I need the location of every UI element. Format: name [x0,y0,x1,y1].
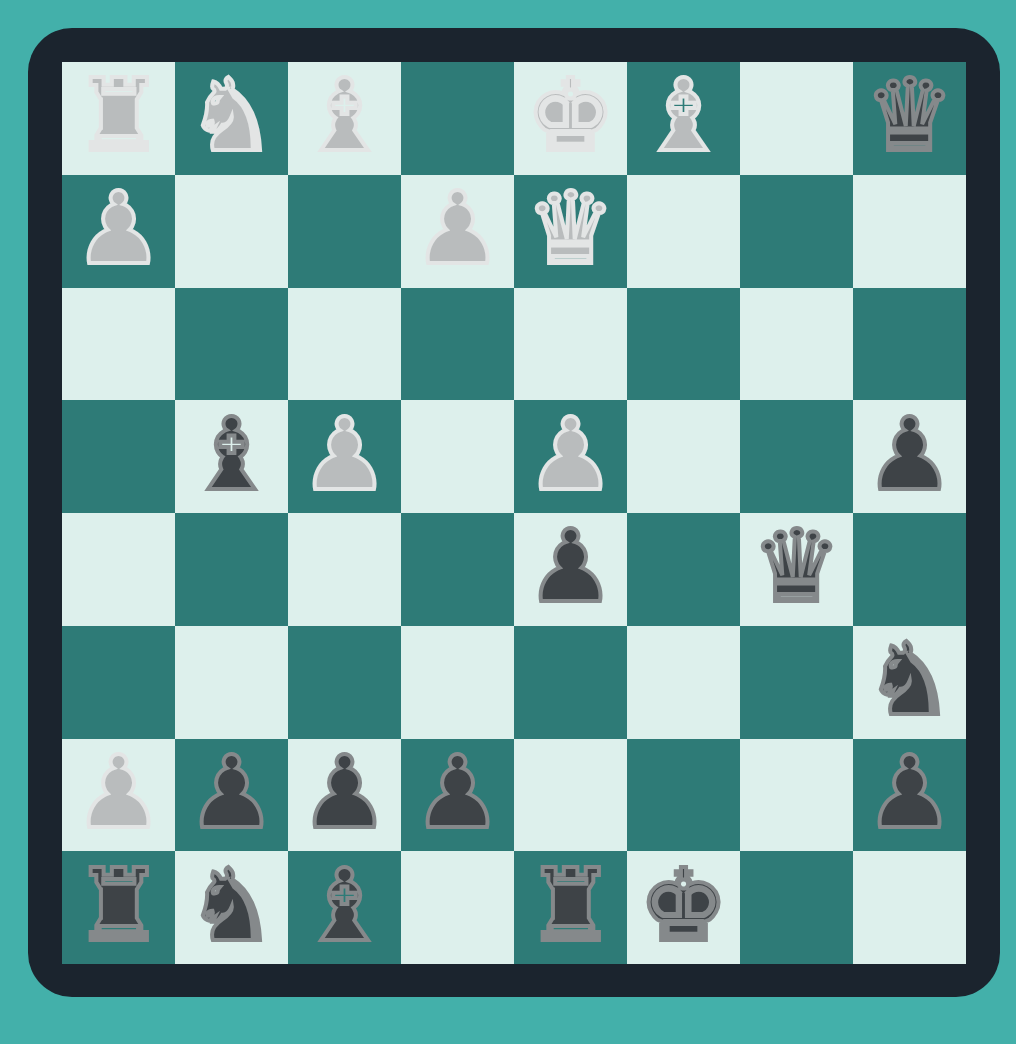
square-c4[interactable] [288,513,401,626]
square-g5[interactable] [740,400,853,513]
square-d1[interactable] [401,851,514,964]
square-h2[interactable]: ♟ [853,739,966,852]
white-rook-piece[interactable]: ♜ [74,66,164,166]
square-b4[interactable] [175,513,288,626]
square-d6[interactable] [401,288,514,401]
square-b6[interactable] [175,288,288,401]
square-h6[interactable] [853,288,966,401]
square-d4[interactable] [401,513,514,626]
square-b7[interactable] [175,175,288,288]
black-pawn-piece[interactable]: ♟ [300,743,390,843]
square-f5[interactable] [627,400,740,513]
square-h7[interactable] [853,175,966,288]
white-pawn-piece[interactable]: ♟ [300,405,390,505]
white-pawn-piece[interactable]: ♟ [74,743,164,843]
square-d5[interactable] [401,400,514,513]
square-h4[interactable] [853,513,966,626]
square-d3[interactable] [401,626,514,739]
square-c2[interactable]: ♟ [288,739,401,852]
white-pawn-piece[interactable]: ♟ [413,179,503,279]
white-queen-piece[interactable]: ♛ [526,179,616,279]
square-f1[interactable]: ♚ [627,851,740,964]
square-e3[interactable] [514,626,627,739]
white-bishop-piece[interactable]: ♝ [639,66,729,166]
square-e6[interactable] [514,288,627,401]
square-g4[interactable]: ♛ [740,513,853,626]
black-pawn-piece[interactable]: ♟ [526,517,616,617]
square-g8[interactable] [740,62,853,175]
square-f8[interactable]: ♝ [627,62,740,175]
square-e8[interactable]: ♚ [514,62,627,175]
square-f4[interactable] [627,513,740,626]
square-g7[interactable] [740,175,853,288]
square-e4[interactable]: ♟ [514,513,627,626]
square-g6[interactable] [740,288,853,401]
square-h1[interactable] [853,851,966,964]
black-queen-piece[interactable]: ♛ [752,517,842,617]
black-bishop-piece[interactable]: ♝ [187,405,277,505]
square-a7[interactable]: ♟ [62,175,175,288]
chess-board[interactable]: ♜♞♝♚♝♛♟♟♛♝♟♟♟♟♛♞♟♟♟♟♟♜♞♝♜♚ [62,62,966,964]
black-rook-piece[interactable]: ♜ [74,856,164,956]
square-a4[interactable] [62,513,175,626]
square-a6[interactable] [62,288,175,401]
square-g2[interactable] [740,739,853,852]
square-b5[interactable]: ♝ [175,400,288,513]
square-c8[interactable]: ♝ [288,62,401,175]
black-pawn-piece[interactable]: ♟ [187,743,277,843]
square-c1[interactable]: ♝ [288,851,401,964]
square-a8[interactable]: ♜ [62,62,175,175]
square-b8[interactable]: ♞ [175,62,288,175]
square-h3[interactable]: ♞ [853,626,966,739]
black-pawn-piece[interactable]: ♟ [413,743,503,843]
black-pawn-piece[interactable]: ♟ [865,405,955,505]
square-b1[interactable]: ♞ [175,851,288,964]
square-f6[interactable] [627,288,740,401]
white-knight-piece[interactable]: ♞ [187,66,277,166]
square-d2[interactable]: ♟ [401,739,514,852]
square-f2[interactable] [627,739,740,852]
square-a2[interactable]: ♟ [62,739,175,852]
square-c6[interactable] [288,288,401,401]
black-king-piece[interactable]: ♚ [639,856,729,956]
square-e2[interactable] [514,739,627,852]
square-h5[interactable]: ♟ [853,400,966,513]
square-c7[interactable] [288,175,401,288]
square-g1[interactable] [740,851,853,964]
square-b3[interactable] [175,626,288,739]
square-f3[interactable] [627,626,740,739]
square-c5[interactable]: ♟ [288,400,401,513]
square-a5[interactable] [62,400,175,513]
square-g3[interactable] [740,626,853,739]
square-d8[interactable] [401,62,514,175]
square-e7[interactable]: ♛ [514,175,627,288]
board-frame: ♜♞♝♚♝♛♟♟♛♝♟♟♟♟♛♞♟♟♟♟♟♜♞♝♜♚ [28,28,1000,997]
white-pawn-piece[interactable]: ♟ [74,179,164,279]
square-f7[interactable] [627,175,740,288]
black-knight-piece[interactable]: ♞ [187,856,277,956]
white-bishop-piece[interactable]: ♝ [300,66,390,166]
square-a3[interactable] [62,626,175,739]
square-a1[interactable]: ♜ [62,851,175,964]
square-h8[interactable]: ♛ [853,62,966,175]
white-king-piece[interactable]: ♚ [526,66,616,166]
square-d7[interactable]: ♟ [401,175,514,288]
black-queen-piece[interactable]: ♛ [865,66,955,166]
square-e5[interactable]: ♟ [514,400,627,513]
black-knight-piece[interactable]: ♞ [865,630,955,730]
black-bishop-piece[interactable]: ♝ [300,856,390,956]
square-b2[interactable]: ♟ [175,739,288,852]
square-c3[interactable] [288,626,401,739]
black-rook-piece[interactable]: ♜ [526,856,616,956]
black-pawn-piece[interactable]: ♟ [865,743,955,843]
white-pawn-piece[interactable]: ♟ [526,405,616,505]
square-e1[interactable]: ♜ [514,851,627,964]
